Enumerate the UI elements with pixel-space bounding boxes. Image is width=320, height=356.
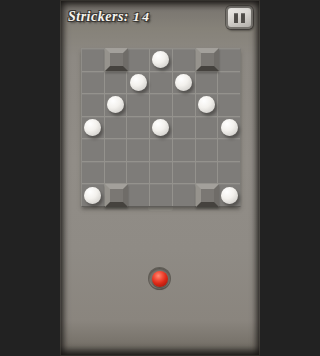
board-cell[interactable] bbox=[82, 49, 104, 71]
white-ball[interactable] bbox=[221, 187, 238, 204]
board-cell[interactable] bbox=[218, 139, 240, 161]
board-cell[interactable] bbox=[173, 72, 195, 94]
board-cell[interactable] bbox=[150, 72, 172, 94]
white-ball[interactable] bbox=[221, 119, 238, 136]
board-cell[interactable] bbox=[127, 139, 149, 161]
board-cell[interactable] bbox=[218, 184, 240, 206]
white-ball[interactable] bbox=[130, 74, 147, 91]
board-cell[interactable] bbox=[173, 139, 195, 161]
score-label: Strickers: bbox=[68, 9, 129, 24]
red-ball-icon bbox=[152, 271, 168, 287]
board-cell[interactable] bbox=[82, 117, 104, 139]
white-ball[interactable] bbox=[198, 96, 215, 113]
white-ball[interactable] bbox=[152, 119, 169, 136]
pause-icon bbox=[241, 13, 245, 23]
board-cell[interactable] bbox=[82, 72, 104, 94]
board-cell[interactable] bbox=[218, 72, 240, 94]
board-cell[interactable] bbox=[150, 117, 172, 139]
board-cell[interactable] bbox=[127, 94, 149, 116]
board-cell[interactable] bbox=[150, 184, 172, 206]
game-screen: Strickers:14 bbox=[60, 0, 260, 356]
board-cell[interactable] bbox=[150, 49, 172, 71]
pause-button[interactable] bbox=[226, 6, 253, 29]
board-cell[interactable] bbox=[196, 139, 218, 161]
board-cell[interactable] bbox=[105, 49, 127, 71]
board-cell[interactable] bbox=[105, 72, 127, 94]
board-cell[interactable] bbox=[127, 72, 149, 94]
board-cell[interactable] bbox=[196, 94, 218, 116]
pause-icon bbox=[234, 13, 238, 23]
board-cell[interactable] bbox=[127, 162, 149, 184]
board-cell[interactable] bbox=[127, 117, 149, 139]
corner-block bbox=[196, 48, 219, 71]
white-ball[interactable] bbox=[175, 74, 192, 91]
board-cell[interactable] bbox=[150, 162, 172, 184]
board-cell[interactable] bbox=[82, 162, 104, 184]
board-cell[interactable] bbox=[218, 94, 240, 116]
board-cell[interactable] bbox=[150, 139, 172, 161]
score-value: 14 bbox=[133, 9, 152, 24]
score-display: Strickers:14 bbox=[68, 8, 152, 26]
board-cell[interactable] bbox=[82, 94, 104, 116]
board-cell[interactable] bbox=[218, 49, 240, 71]
corner-block bbox=[105, 48, 128, 71]
board-cell[interactable] bbox=[105, 162, 127, 184]
white-ball[interactable] bbox=[84, 119, 101, 136]
board-cell[interactable] bbox=[196, 162, 218, 184]
board-cell[interactable] bbox=[127, 49, 149, 71]
white-ball[interactable] bbox=[84, 187, 101, 204]
board-cell[interactable] bbox=[173, 94, 195, 116]
game-board bbox=[81, 48, 241, 207]
board-cell[interactable] bbox=[173, 49, 195, 71]
white-ball[interactable] bbox=[107, 96, 124, 113]
board-cell[interactable] bbox=[127, 184, 149, 206]
shoot-button[interactable] bbox=[148, 267, 171, 290]
board-cell[interactable] bbox=[196, 72, 218, 94]
board-cell[interactable] bbox=[105, 184, 127, 206]
board-cell[interactable] bbox=[105, 117, 127, 139]
corner-block bbox=[105, 184, 128, 207]
board-cell[interactable] bbox=[173, 162, 195, 184]
board-cell[interactable] bbox=[105, 94, 127, 116]
board-cell[interactable] bbox=[105, 139, 127, 161]
board-cell[interactable] bbox=[196, 49, 218, 71]
board-cell[interactable] bbox=[82, 184, 104, 206]
board-cell[interactable] bbox=[218, 117, 240, 139]
corner-block bbox=[196, 184, 219, 207]
board-cell[interactable] bbox=[196, 117, 218, 139]
board-cell[interactable] bbox=[82, 139, 104, 161]
board-cell[interactable] bbox=[150, 94, 172, 116]
board-cell[interactable] bbox=[173, 117, 195, 139]
board-cell[interactable] bbox=[196, 184, 218, 206]
white-ball[interactable] bbox=[152, 51, 169, 68]
board-cell[interactable] bbox=[173, 184, 195, 206]
board-cell[interactable] bbox=[218, 162, 240, 184]
